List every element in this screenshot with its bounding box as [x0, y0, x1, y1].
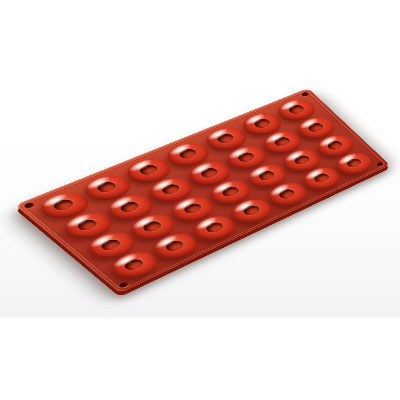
- product-photo-scene: [0, 0, 400, 400]
